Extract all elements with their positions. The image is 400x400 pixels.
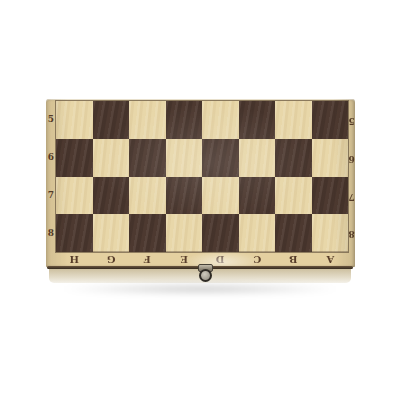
board-square: [166, 177, 203, 215]
board-square: [239, 101, 276, 139]
board-square: [93, 177, 130, 215]
board-square: [239, 214, 276, 252]
board-square: [166, 101, 203, 139]
clasp-hook-icon: [199, 269, 212, 282]
board-square: [312, 214, 349, 252]
board-square: [129, 139, 166, 177]
board-square: [275, 139, 312, 177]
board-square: [166, 214, 203, 252]
chess-board: [56, 101, 348, 252]
board-square: [129, 101, 166, 139]
board-square: [312, 101, 349, 139]
rank-label: 8: [348, 214, 355, 252]
board-square: [56, 101, 93, 139]
board-square: [275, 177, 312, 215]
board-square: [93, 139, 130, 177]
board-square: [56, 139, 93, 177]
file-label: A: [312, 252, 349, 267]
file-label: C: [239, 252, 276, 267]
rank-label: 5: [46, 101, 56, 139]
clasp: [196, 263, 214, 282]
board-square: [93, 101, 130, 139]
board-square: [202, 101, 239, 139]
board-square: [129, 214, 166, 252]
rank-label: 6: [348, 139, 355, 177]
board-square: [56, 177, 93, 215]
board-square: [312, 139, 349, 177]
photo-scene: 5678 5678 HGFEDCBA: [0, 0, 400, 400]
board-square: [202, 177, 239, 215]
file-label: F: [129, 252, 166, 267]
rank-label: 8: [46, 214, 56, 252]
board-square: [312, 177, 349, 215]
board-square: [129, 177, 166, 215]
rank-label: 5: [348, 101, 355, 139]
board-square: [275, 214, 312, 252]
file-label: G: [93, 252, 130, 267]
chess-box-lid: 5678 5678 HGFEDCBA: [46, 99, 355, 267]
board-square: [166, 139, 203, 177]
rank-label: 6: [46, 139, 56, 177]
board-square: [56, 214, 93, 252]
file-label: B: [275, 252, 312, 267]
board-square: [202, 139, 239, 177]
drop-shadow: [62, 283, 338, 295]
file-label: H: [56, 252, 93, 267]
rank-label: 7: [348, 177, 355, 215]
rank-labels-left: 5678: [46, 101, 56, 252]
board-square: [239, 139, 276, 177]
board-square: [239, 177, 276, 215]
rank-label: 7: [46, 177, 56, 215]
board-square: [93, 214, 130, 252]
board-square: [275, 101, 312, 139]
rank-labels-right: 5678: [348, 101, 355, 252]
board-square: [202, 214, 239, 252]
